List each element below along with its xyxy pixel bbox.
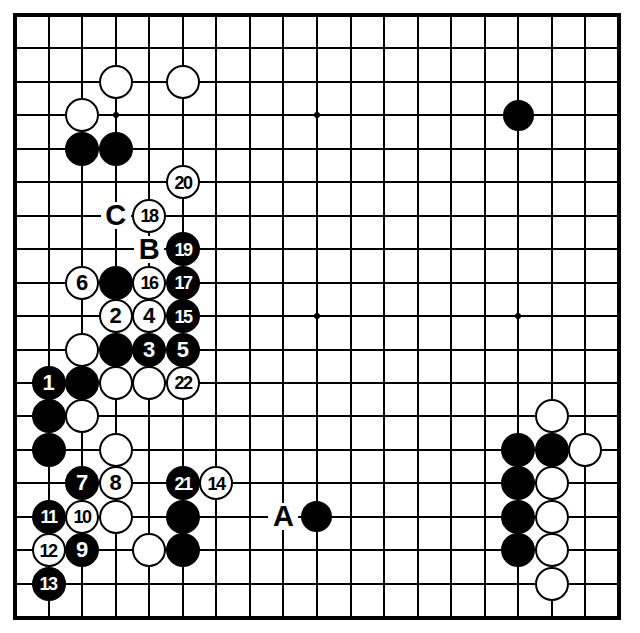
move-16-stone-white: 16 xyxy=(132,266,166,300)
move-number: 11 xyxy=(40,507,56,526)
move-number: 4 xyxy=(143,305,155,327)
stone-black xyxy=(99,132,133,166)
stone-black xyxy=(32,433,66,467)
stone-black xyxy=(99,333,133,367)
move-6-stone-white: 6 xyxy=(65,266,99,300)
move-number: 21 xyxy=(174,474,191,493)
move-12-stone-white: 12 xyxy=(32,533,66,567)
move-number: 10 xyxy=(73,507,90,526)
move-20-stone-white: 20 xyxy=(166,165,200,199)
move-number: 16 xyxy=(141,273,158,292)
point-label-B: B xyxy=(134,236,164,263)
move-number: 17 xyxy=(174,273,191,292)
move-number: 6 xyxy=(76,272,88,294)
move-3-stone-black: 3 xyxy=(132,333,166,367)
stone-white xyxy=(535,533,569,567)
move-21-stone-black: 21 xyxy=(166,466,200,500)
point-label-A: A xyxy=(268,503,298,530)
move-number: 2 xyxy=(110,305,122,327)
stone-black xyxy=(166,500,200,534)
move-number: 18 xyxy=(141,206,158,225)
go-board-diagram: 12345678910111213141516171819202122 ABC xyxy=(0,0,640,633)
move-13-stone-black: 13 xyxy=(32,567,66,601)
move-4-stone-white: 4 xyxy=(132,299,166,333)
stone-white xyxy=(99,65,133,99)
stone-white xyxy=(535,399,569,433)
stone-white xyxy=(99,433,133,467)
stone-black xyxy=(535,433,569,467)
stone-black xyxy=(99,266,133,300)
stone-black xyxy=(501,433,535,467)
star-point xyxy=(113,112,119,118)
move-18-stone-white: 18 xyxy=(132,199,166,233)
move-17-stone-black: 17 xyxy=(166,266,200,300)
stone-white xyxy=(65,333,99,367)
move-number: 13 xyxy=(40,574,57,593)
stone-white xyxy=(535,500,569,534)
move-8-stone-white: 8 xyxy=(99,466,133,500)
move-5-stone-black: 5 xyxy=(166,333,200,367)
move-number: 3 xyxy=(143,339,155,361)
stone-black xyxy=(65,132,99,166)
move-number: 20 xyxy=(174,173,191,192)
move-number: 14 xyxy=(208,474,225,493)
stone-black xyxy=(503,100,534,131)
move-15-stone-black: 15 xyxy=(166,299,200,333)
move-number: 22 xyxy=(174,373,191,392)
stone-white xyxy=(568,433,602,467)
move-19-stone-black: 19 xyxy=(166,232,200,266)
move-number: 1 xyxy=(42,372,54,394)
stone-white xyxy=(535,567,569,601)
move-10-stone-white: 10 xyxy=(65,500,99,534)
stone-white xyxy=(99,500,133,534)
move-22-stone-white: 22 xyxy=(166,366,200,400)
move-1-stone-black: 1 xyxy=(32,366,66,400)
move-number: 19 xyxy=(174,240,191,259)
move-11-stone-black: 11 xyxy=(32,500,66,534)
stone-black xyxy=(65,366,99,400)
stone-white xyxy=(166,65,200,99)
move-number: 7 xyxy=(76,472,88,494)
stone-black xyxy=(501,500,535,534)
stone-black xyxy=(166,533,200,567)
move-number: 15 xyxy=(174,307,191,326)
point-label-C: C xyxy=(101,202,131,229)
stone-white xyxy=(132,366,166,400)
star-point xyxy=(314,313,320,319)
move-number: 12 xyxy=(40,541,57,560)
move-number: 8 xyxy=(110,472,122,494)
move-number: 9 xyxy=(76,539,88,561)
stone-white xyxy=(99,366,133,400)
move-number: 5 xyxy=(177,339,189,361)
move-2-stone-white: 2 xyxy=(99,299,133,333)
stone-black xyxy=(32,399,66,433)
stone-white xyxy=(535,466,569,500)
